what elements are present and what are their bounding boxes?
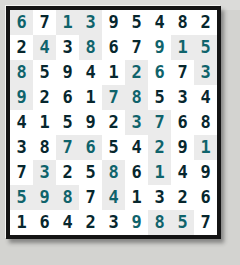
cell-r1c5[interactable]: 9 bbox=[102, 10, 126, 36]
cell-r9c7[interactable]: 8 bbox=[148, 210, 172, 235]
cell-r2c8[interactable]: 1 bbox=[171, 35, 195, 61]
cell-r3c5[interactable]: 1 bbox=[102, 60, 126, 88]
cell-r9c1[interactable]: 1 bbox=[10, 210, 34, 235]
cell-r6c2[interactable]: 8 bbox=[33, 135, 57, 163]
cell-r8c8[interactable]: 2 bbox=[171, 185, 195, 211]
cell-r2c2[interactable]: 4 bbox=[33, 35, 57, 61]
cell-r8c4[interactable]: 7 bbox=[79, 185, 103, 211]
cell-r4c1[interactable]: 9 bbox=[10, 85, 34, 111]
cell-r4c9[interactable]: 4 bbox=[194, 85, 217, 111]
cell-r3c4[interactable]: 4 bbox=[79, 60, 103, 88]
cell-r9c2[interactable]: 6 bbox=[33, 210, 57, 235]
cell-r7c8[interactable]: 4 bbox=[171, 160, 195, 186]
cell-r1c4[interactable]: 3 bbox=[79, 10, 103, 36]
cell-r6c9[interactable]: 1 bbox=[194, 135, 217, 163]
cell-r2c5[interactable]: 6 bbox=[102, 35, 126, 61]
cell-r1c2[interactable]: 7 bbox=[33, 10, 57, 36]
cell-r5c7[interactable]: 7 bbox=[148, 110, 172, 136]
cell-r7c9[interactable]: 9 bbox=[194, 160, 217, 186]
cell-r3c8[interactable]: 7 bbox=[171, 60, 195, 88]
cell-r8c1[interactable]: 5 bbox=[10, 185, 34, 211]
cell-r7c7[interactable]: 1 bbox=[148, 160, 172, 186]
cell-r8c2[interactable]: 9 bbox=[33, 185, 57, 211]
app-window: 6713954822438679158594126739261785344159… bbox=[0, 0, 240, 265]
cell-r1c9[interactable]: 2 bbox=[194, 10, 217, 36]
cell-r2c4[interactable]: 8 bbox=[79, 35, 103, 61]
cell-r5c1[interactable]: 4 bbox=[10, 110, 34, 136]
cell-r1c1[interactable]: 6 bbox=[10, 10, 34, 36]
cell-r9c8[interactable]: 5 bbox=[171, 210, 195, 235]
cell-r2c1[interactable]: 2 bbox=[10, 35, 34, 61]
cell-r5c9[interactable]: 8 bbox=[194, 110, 217, 136]
cell-r8c7[interactable]: 3 bbox=[148, 185, 172, 211]
cell-r2c7[interactable]: 9 bbox=[148, 35, 172, 61]
cell-r4c4[interactable]: 1 bbox=[79, 85, 103, 111]
cell-r3c2[interactable]: 5 bbox=[33, 60, 57, 88]
cell-r7c2[interactable]: 3 bbox=[33, 160, 57, 186]
cell-r7c5[interactable]: 8 bbox=[102, 160, 126, 186]
cell-r6c7[interactable]: 2 bbox=[148, 135, 172, 163]
cell-r9c5[interactable]: 3 bbox=[102, 210, 126, 235]
cell-r7c4[interactable]: 5 bbox=[79, 160, 103, 186]
cell-r5c2[interactable]: 1 bbox=[33, 110, 57, 136]
sudoku-board: 6713954822438679158594126739261785344159… bbox=[6, 6, 221, 239]
cell-r9c4[interactable]: 2 bbox=[79, 210, 103, 235]
cell-r6c1[interactable]: 3 bbox=[10, 135, 34, 163]
cell-r3c7[interactable]: 6 bbox=[148, 60, 172, 88]
cell-r5c5[interactable]: 2 bbox=[102, 110, 126, 136]
cell-r3c1[interactable]: 8 bbox=[10, 60, 34, 88]
cell-r6c5[interactable]: 5 bbox=[102, 135, 126, 163]
cell-r4c7[interactable]: 5 bbox=[148, 85, 172, 111]
cell-r5c8[interactable]: 6 bbox=[171, 110, 195, 136]
cell-r1c7[interactable]: 4 bbox=[148, 10, 172, 36]
cell-r7c1[interactable]: 7 bbox=[10, 160, 34, 186]
cell-r2c9[interactable]: 5 bbox=[194, 35, 217, 61]
cell-r6c8[interactable]: 9 bbox=[171, 135, 195, 163]
cell-r5c4[interactable]: 9 bbox=[79, 110, 103, 136]
cell-r8c5[interactable]: 4 bbox=[102, 185, 126, 211]
cell-r8c9[interactable]: 6 bbox=[194, 185, 217, 211]
cell-r4c5[interactable]: 7 bbox=[102, 85, 126, 111]
cell-r6c4[interactable]: 6 bbox=[79, 135, 103, 163]
cell-r1c8[interactable]: 8 bbox=[171, 10, 195, 36]
cell-r3c9[interactable]: 3 bbox=[194, 60, 217, 88]
cell-r4c8[interactable]: 3 bbox=[171, 85, 195, 111]
cell-r9c9[interactable]: 7 bbox=[194, 210, 217, 235]
cell-r4c2[interactable]: 2 bbox=[33, 85, 57, 111]
